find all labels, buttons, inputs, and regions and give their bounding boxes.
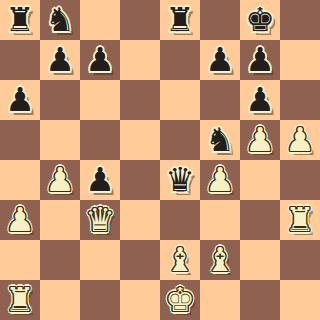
- white-pawn[interactable]: ♟: [200, 160, 240, 200]
- square-f3[interactable]: [200, 200, 240, 240]
- black-pawn[interactable]: ♟: [80, 160, 120, 200]
- square-g2[interactable]: [240, 240, 280, 280]
- black-pawn[interactable]: ♟: [240, 80, 280, 120]
- square-c2[interactable]: [80, 240, 120, 280]
- square-f4[interactable]: ♟: [200, 160, 240, 200]
- square-h7[interactable]: [280, 40, 320, 80]
- square-e1[interactable]: ♚: [160, 280, 200, 320]
- square-b8[interactable]: ♞: [40, 0, 80, 40]
- square-g8[interactable]: ♚: [240, 0, 280, 40]
- white-pawn[interactable]: ♟: [0, 200, 40, 240]
- square-d6[interactable]: [120, 80, 160, 120]
- square-c4[interactable]: ♟: [80, 160, 120, 200]
- square-d7[interactable]: [120, 40, 160, 80]
- square-c3[interactable]: ♛: [80, 200, 120, 240]
- square-a6[interactable]: ♟: [0, 80, 40, 120]
- square-b4[interactable]: ♟: [40, 160, 80, 200]
- white-rook[interactable]: ♜: [0, 280, 40, 320]
- square-d2[interactable]: [120, 240, 160, 280]
- square-d5[interactable]: [120, 120, 160, 160]
- black-rook[interactable]: ♜: [0, 0, 40, 40]
- square-a7[interactable]: [0, 40, 40, 80]
- square-h1[interactable]: [280, 280, 320, 320]
- square-g4[interactable]: [240, 160, 280, 200]
- black-pawn[interactable]: ♟: [80, 40, 120, 80]
- square-h3[interactable]: ♜: [280, 200, 320, 240]
- square-b7[interactable]: ♟: [40, 40, 80, 80]
- square-b1[interactable]: [40, 280, 80, 320]
- white-pawn[interactable]: ♟: [40, 160, 80, 200]
- square-a1[interactable]: ♜: [0, 280, 40, 320]
- square-d8[interactable]: [120, 0, 160, 40]
- square-g7[interactable]: ♟: [240, 40, 280, 80]
- square-f6[interactable]: [200, 80, 240, 120]
- white-pawn[interactable]: ♟: [240, 120, 280, 160]
- square-b6[interactable]: [40, 80, 80, 120]
- square-c6[interactable]: [80, 80, 120, 120]
- square-e5[interactable]: [160, 120, 200, 160]
- square-e3[interactable]: [160, 200, 200, 240]
- square-d4[interactable]: [120, 160, 160, 200]
- square-a3[interactable]: ♟: [0, 200, 40, 240]
- square-h2[interactable]: [280, 240, 320, 280]
- square-f8[interactable]: [200, 0, 240, 40]
- black-king[interactable]: ♚: [240, 0, 280, 40]
- white-queen[interactable]: ♛: [80, 200, 120, 240]
- square-b3[interactable]: [40, 200, 80, 240]
- black-knight[interactable]: ♞: [200, 120, 240, 160]
- square-f5[interactable]: ♞: [200, 120, 240, 160]
- square-g6[interactable]: ♟: [240, 80, 280, 120]
- square-c5[interactable]: [80, 120, 120, 160]
- black-pawn[interactable]: ♟: [200, 40, 240, 80]
- square-e6[interactable]: [160, 80, 200, 120]
- square-f2[interactable]: ♝: [200, 240, 240, 280]
- white-king[interactable]: ♚: [160, 280, 200, 320]
- square-c7[interactable]: ♟: [80, 40, 120, 80]
- square-b2[interactable]: [40, 240, 80, 280]
- square-e4[interactable]: ♛: [160, 160, 200, 200]
- black-knight[interactable]: ♞: [40, 0, 80, 40]
- square-a8[interactable]: ♜: [0, 0, 40, 40]
- white-bishop[interactable]: ♝: [160, 240, 200, 280]
- square-d1[interactable]: [120, 280, 160, 320]
- square-h8[interactable]: [280, 0, 320, 40]
- square-a5[interactable]: [0, 120, 40, 160]
- square-g1[interactable]: [240, 280, 280, 320]
- white-bishop[interactable]: ♝: [200, 240, 240, 280]
- square-g5[interactable]: ♟: [240, 120, 280, 160]
- square-e8[interactable]: ♜: [160, 0, 200, 40]
- black-pawn[interactable]: ♟: [0, 80, 40, 120]
- square-f1[interactable]: [200, 280, 240, 320]
- black-queen[interactable]: ♛: [160, 160, 200, 200]
- square-e2[interactable]: ♝: [160, 240, 200, 280]
- square-h6[interactable]: [280, 80, 320, 120]
- black-rook[interactable]: ♜: [160, 0, 200, 40]
- square-d3[interactable]: [120, 200, 160, 240]
- square-h4[interactable]: [280, 160, 320, 200]
- square-e7[interactable]: [160, 40, 200, 80]
- square-b5[interactable]: [40, 120, 80, 160]
- square-a2[interactable]: [0, 240, 40, 280]
- black-pawn[interactable]: ♟: [40, 40, 80, 80]
- square-c8[interactable]: [80, 0, 120, 40]
- square-c1[interactable]: [80, 280, 120, 320]
- square-a4[interactable]: [0, 160, 40, 200]
- white-pawn[interactable]: ♟: [280, 120, 320, 160]
- square-h5[interactable]: ♟: [280, 120, 320, 160]
- white-rook[interactable]: ♜: [280, 200, 320, 240]
- black-pawn[interactable]: ♟: [240, 40, 280, 80]
- square-g3[interactable]: [240, 200, 280, 240]
- chess-board: ♜♞♜♚♟♟♟♟♟♟♞♟♟♟♟♛♟♟♛♜♝♝♜♚: [0, 0, 320, 320]
- square-f7[interactable]: ♟: [200, 40, 240, 80]
